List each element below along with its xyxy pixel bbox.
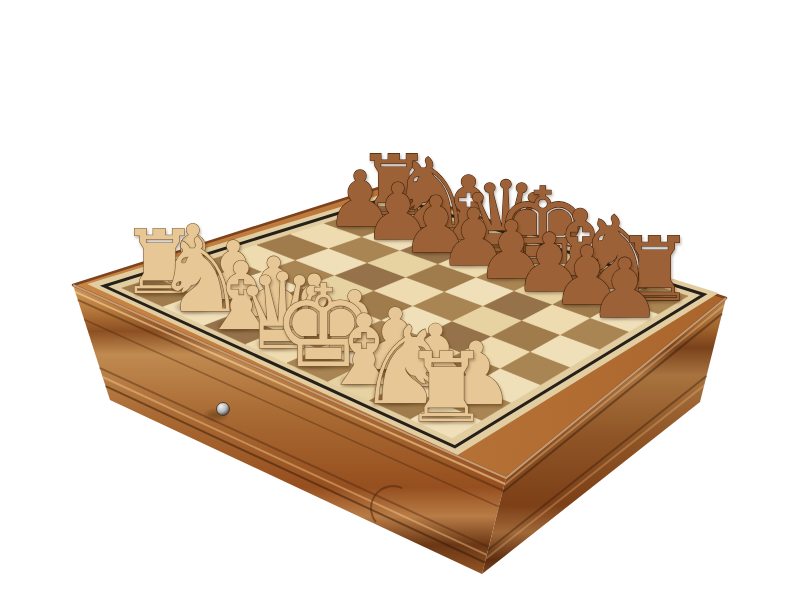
chess-set-photo: ♜♟♞♟♝♛♟♚♟♝♟♟♞♟♜♟♜♟♞♟♟♝♟♛♟♚♟♝♟♞♟♜: [0, 0, 800, 600]
piece-white-rook-h1[interactable]: ♜: [403, 332, 489, 444]
piece-black-pawn-h7[interactable]: ♟: [588, 241, 662, 336]
drawer-knob[interactable]: [217, 403, 230, 416]
chess-board-scene: ♜♟♞♟♝♛♟♚♟♝♟♟♞♟♜♟♜♟♞♟♟♝♟♛♟♚♟♝♟♞♟♜: [0, 0, 800, 600]
